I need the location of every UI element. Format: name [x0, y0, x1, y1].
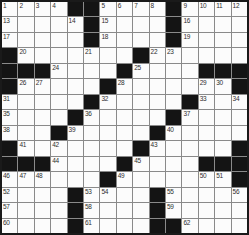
cell-r12c13[interactable]: 50: [199, 172, 214, 186]
cell-r7c9[interactable]: [133, 95, 148, 109]
cell-r15c3[interactable]: [35, 219, 50, 233]
cell-r8c6[interactable]: 36: [84, 110, 99, 124]
cell-r4c7[interactable]: [100, 48, 115, 62]
cell-r13c4[interactable]: [51, 188, 66, 202]
black-cell-r13c5: [68, 188, 83, 202]
cell-r3c12[interactable]: 19: [182, 33, 197, 47]
cell-r15c14[interactable]: [215, 219, 230, 233]
cell-r1c9[interactable]: 7: [133, 2, 148, 16]
clue-number-19: 19: [183, 33, 190, 40]
cell-r10c12[interactable]: [182, 141, 197, 155]
clue-number-56: 56: [233, 188, 240, 195]
clue-number-1: 1: [3, 2, 6, 9]
cell-r2c5[interactable]: 14: [68, 17, 83, 31]
cell-r9c8[interactable]: [117, 126, 132, 140]
cell-r11c7[interactable]: [100, 157, 115, 171]
cell-r1c1[interactable]: 1: [2, 2, 17, 16]
clue-number-27: 27: [36, 79, 43, 86]
cell-r15c6[interactable]: 61: [84, 219, 99, 233]
cell-r9c9[interactable]: [133, 126, 148, 140]
cell-r12c12[interactable]: [182, 172, 197, 186]
cell-r3c5[interactable]: [68, 33, 83, 47]
cell-r5c4[interactable]: 24: [51, 64, 66, 78]
clue-number-33: 33: [200, 95, 207, 102]
cell-r11c10[interactable]: [150, 157, 165, 171]
cell-r4c2[interactable]: 20: [18, 48, 33, 62]
clue-number-30: 30: [216, 79, 223, 86]
cell-r14c3[interactable]: [35, 203, 50, 217]
cell-r1c14[interactable]: 11: [215, 2, 230, 16]
clue-number-10: 10: [200, 2, 207, 9]
cell-r15c9[interactable]: [133, 219, 148, 233]
cell-r9c12[interactable]: [182, 126, 197, 140]
black-cell-r4c9: [133, 48, 148, 62]
clue-number-34: 34: [233, 95, 240, 102]
cell-r7c5[interactable]: [68, 95, 83, 109]
cell-r3c3[interactable]: [35, 33, 50, 47]
crossword-page: 1234567891011121314151617181920212223242…: [0, 0, 249, 235]
black-cell-r11c15: [232, 157, 247, 171]
cell-r10c11[interactable]: [166, 141, 181, 155]
cell-r9c5[interactable]: 39: [68, 126, 83, 140]
cell-r1c12[interactable]: 9: [182, 2, 197, 16]
black-cell-r6c7: [100, 79, 115, 93]
clue-number-60: 60: [3, 219, 10, 226]
cell-r14c11[interactable]: 59: [166, 203, 181, 217]
clue-number-40: 40: [167, 126, 174, 133]
cell-r12c14[interactable]: 51: [215, 172, 230, 186]
cell-r8c4[interactable]: [51, 110, 66, 124]
clue-number-50: 50: [200, 172, 207, 179]
clue-number-47: 47: [19, 172, 26, 179]
cell-r3c10[interactable]: [150, 33, 165, 47]
cell-r10c5[interactable]: [68, 141, 83, 155]
cell-r14c2[interactable]: [18, 203, 33, 217]
cell-r8c9[interactable]: [133, 110, 148, 124]
clue-number-45: 45: [134, 157, 141, 164]
black-cell-r9c10: [150, 126, 165, 140]
cell-r6c6[interactable]: [84, 79, 99, 93]
cell-r3c4[interactable]: [51, 33, 66, 47]
cell-r4c13[interactable]: [199, 48, 214, 62]
black-cell-r1c6: [84, 2, 99, 16]
clue-number-4: 4: [52, 2, 55, 9]
clue-number-38: 38: [3, 126, 10, 133]
clue-number-55: 55: [167, 188, 174, 195]
clue-number-18: 18: [101, 33, 108, 40]
cell-r2c1[interactable]: 13: [2, 17, 17, 31]
cell-r7c14[interactable]: [215, 95, 230, 109]
clue-number-25: 25: [134, 64, 141, 71]
cell-r8c7[interactable]: [100, 110, 115, 124]
clue-number-51: 51: [216, 172, 223, 179]
cell-r11c11[interactable]: [166, 157, 181, 171]
cell-r13c2[interactable]: [18, 188, 33, 202]
cell-r1c4[interactable]: 4: [51, 2, 66, 16]
cell-r2c14[interactable]: [215, 17, 230, 31]
cell-r7c1[interactable]: 31: [2, 95, 17, 109]
black-cell-r4c1: [2, 48, 17, 62]
black-cell-r1c5: [68, 2, 83, 16]
cell-r12c5[interactable]: [68, 172, 83, 186]
cell-r12c6[interactable]: [84, 172, 99, 186]
black-cell-r10c9: [133, 141, 148, 155]
cell-r5c12[interactable]: [182, 64, 197, 78]
cell-r4c11[interactable]: 23: [166, 48, 181, 62]
cell-r7c13[interactable]: 33: [199, 95, 214, 109]
cell-r12c2[interactable]: 47: [18, 172, 33, 186]
black-cell-r11c8: [117, 157, 132, 171]
cell-r6c2[interactable]: 26: [18, 79, 33, 93]
cell-r2c4[interactable]: [51, 17, 66, 31]
black-cell-r9c4: [51, 126, 66, 140]
cell-r8c1[interactable]: 35: [2, 110, 17, 124]
cell-r4c15[interactable]: [232, 48, 247, 62]
cell-r10c13[interactable]: [199, 141, 214, 155]
cell-r1c3[interactable]: 3: [35, 2, 50, 16]
crossword-grid: 1234567891011121314151617181920212223242…: [0, 0, 249, 235]
clue-number-58: 58: [85, 203, 92, 210]
cell-r10c8[interactable]: [117, 141, 132, 155]
clue-number-2: 2: [19, 2, 22, 9]
cell-r6c14[interactable]: 30: [215, 79, 230, 93]
cell-r8c15[interactable]: [232, 110, 247, 124]
black-cell-r2c11: [166, 17, 181, 31]
cell-r7c4[interactable]: [51, 95, 66, 109]
black-cell-r6c1: [2, 79, 17, 93]
cell-r15c13[interactable]: [199, 219, 214, 233]
cell-r12c8[interactable]: 49: [117, 172, 132, 186]
cell-r13c14[interactable]: [215, 188, 230, 202]
black-cell-r14c10: [150, 203, 165, 217]
black-cell-r7c6: [84, 95, 99, 109]
clue-number-35: 35: [3, 110, 10, 117]
cell-r10c14[interactable]: [215, 141, 230, 155]
cell-r2c8[interactable]: [117, 17, 132, 31]
black-cell-r11c13: [199, 157, 214, 171]
cell-r6c13[interactable]: 29: [199, 79, 214, 93]
clue-number-16: 16: [183, 17, 190, 24]
cell-r2c2[interactable]: [18, 17, 33, 31]
black-cell-r5c14: [215, 64, 230, 78]
cell-r4c10[interactable]: 22: [150, 48, 165, 62]
clue-number-5: 5: [101, 2, 104, 9]
cell-r9c15[interactable]: [232, 126, 247, 140]
clue-number-29: 29: [200, 79, 207, 86]
black-cell-r8c5: [68, 110, 83, 124]
clue-number-39: 39: [69, 126, 76, 133]
cell-r15c1[interactable]: 60: [2, 219, 17, 233]
clue-number-36: 36: [85, 110, 92, 117]
cell-r2c7[interactable]: 15: [100, 17, 115, 31]
cell-r13c11[interactable]: 55: [166, 188, 181, 202]
cell-r12c10[interactable]: [150, 172, 165, 186]
clue-number-42: 42: [52, 141, 59, 148]
cell-r10c4[interactable]: 42: [51, 141, 66, 155]
black-cell-r10c1: [2, 141, 17, 155]
cell-r2c13[interactable]: [199, 17, 214, 31]
cell-r9c2[interactable]: [18, 126, 33, 140]
cell-r10c7[interactable]: [100, 141, 115, 155]
cell-r1c13[interactable]: 10: [199, 2, 214, 16]
black-cell-r3c6: [84, 33, 99, 47]
cell-r3c8[interactable]: [117, 33, 132, 47]
cell-r14c14[interactable]: [215, 203, 230, 217]
cell-r9c7[interactable]: [100, 126, 115, 140]
black-cell-r2c6: [84, 17, 99, 31]
cell-r4c14[interactable]: [215, 48, 230, 62]
cell-r13c1[interactable]: 52: [2, 188, 17, 202]
cell-r13c9[interactable]: [133, 188, 148, 202]
cell-r10c10[interactable]: 43: [150, 141, 165, 155]
clue-number-13: 13: [3, 17, 10, 24]
cell-r6c10[interactable]: [150, 79, 165, 93]
cell-r15c15[interactable]: [232, 219, 247, 233]
cell-r1c10[interactable]: 8: [150, 2, 165, 16]
cell-r7c10[interactable]: [150, 95, 165, 109]
cell-r14c13[interactable]: [199, 203, 214, 217]
cell-r6c5[interactable]: [68, 79, 83, 93]
cell-r13c13[interactable]: [199, 188, 214, 202]
cell-r2c15[interactable]: [232, 17, 247, 31]
cell-r14c12[interactable]: [182, 203, 197, 217]
cell-r15c12[interactable]: 62: [182, 219, 197, 233]
black-cell-r5c3: [35, 64, 50, 78]
clue-number-7: 7: [134, 2, 137, 9]
cell-r3c7[interactable]: 18: [100, 33, 115, 47]
cell-r14c8[interactable]: [117, 203, 132, 217]
cell-r11c9[interactable]: 45: [133, 157, 148, 171]
cell-r8c14[interactable]: [215, 110, 230, 124]
cell-r15c7[interactable]: [100, 219, 115, 233]
clue-number-44: 44: [52, 157, 59, 164]
cell-r5c6[interactable]: [84, 64, 99, 78]
cell-r4c8[interactable]: [117, 48, 132, 62]
black-cell-r12c7: [100, 172, 115, 186]
cell-r12c11[interactable]: [166, 172, 181, 186]
cell-r14c4[interactable]: [51, 203, 66, 217]
black-cell-r5c2: [18, 64, 33, 78]
cell-r6c12[interactable]: [182, 79, 197, 93]
cell-r3c1[interactable]: 17: [2, 33, 17, 47]
cell-r5c7[interactable]: [100, 64, 115, 78]
black-cell-r5c13: [199, 64, 214, 78]
cell-r14c1[interactable]: 57: [2, 203, 17, 217]
cell-r8c10[interactable]: [150, 110, 165, 124]
cell-r15c4[interactable]: [51, 219, 66, 233]
clue-number-20: 20: [19, 48, 26, 55]
cell-r11c5[interactable]: [68, 157, 83, 171]
clue-number-62: 62: [183, 219, 190, 226]
black-cell-r1c11: [166, 2, 181, 16]
cell-r5c11[interactable]: [166, 64, 181, 78]
clue-number-41: 41: [19, 141, 26, 148]
cell-r1c7[interactable]: 5: [100, 2, 115, 16]
cell-r2c12[interactable]: 16: [182, 17, 197, 31]
black-cell-r7c12: [182, 95, 197, 109]
cell-r14c6[interactable]: 58: [84, 203, 99, 217]
clue-number-12: 12: [233, 2, 240, 9]
cell-r1c8[interactable]: 6: [117, 2, 132, 16]
cell-r6c4[interactable]: [51, 79, 66, 93]
clue-number-52: 52: [3, 188, 10, 195]
cell-r13c6[interactable]: 53: [84, 188, 99, 202]
cell-r8c12[interactable]: 37: [182, 110, 197, 124]
clue-number-59: 59: [167, 203, 174, 210]
clue-number-32: 32: [101, 95, 108, 102]
black-cell-r11c3: [35, 157, 50, 171]
cell-r11c6[interactable]: [84, 157, 99, 171]
cell-r7c2[interactable]: [18, 95, 33, 109]
clue-number-15: 15: [101, 17, 108, 24]
black-cell-r5c15: [232, 64, 247, 78]
cell-r10c3[interactable]: [35, 141, 50, 155]
cell-r12c4[interactable]: [51, 172, 66, 186]
black-cell-r11c2: [18, 157, 33, 171]
clue-number-14: 14: [69, 17, 76, 24]
cell-r12c1[interactable]: 46: [2, 172, 17, 186]
clue-number-57: 57: [3, 203, 10, 210]
cell-r14c15[interactable]: [232, 203, 247, 217]
cell-r1c2[interactable]: 2: [18, 2, 33, 16]
black-cell-r11c1: [2, 157, 17, 171]
black-cell-r12c15: [232, 172, 247, 186]
black-cell-r3c11: [166, 33, 181, 47]
clue-number-24: 24: [52, 64, 59, 71]
cell-r13c15[interactable]: 56: [232, 188, 247, 202]
clue-number-23: 23: [167, 48, 174, 55]
clue-number-11: 11: [216, 2, 222, 9]
cell-r8c3[interactable]: [35, 110, 50, 124]
cell-r7c15[interactable]: 34: [232, 95, 247, 109]
clue-number-6: 6: [118, 2, 121, 9]
clue-number-3: 3: [36, 2, 39, 9]
clue-number-53: 53: [85, 188, 92, 195]
cell-r4c4[interactable]: [51, 48, 66, 62]
cell-r15c8[interactable]: [117, 219, 132, 233]
black-cell-r10c15: [232, 141, 247, 155]
cell-r4c6[interactable]: 21: [84, 48, 99, 62]
cell-r10c2[interactable]: 41: [18, 141, 33, 155]
clue-number-8: 8: [151, 2, 154, 9]
clue-number-49: 49: [118, 172, 125, 179]
cell-r12c9[interactable]: [133, 172, 148, 186]
cell-r5c10[interactable]: [150, 64, 165, 78]
cell-r2c10[interactable]: [150, 17, 165, 31]
cell-r11c4[interactable]: 44: [51, 157, 66, 171]
cell-r1c15[interactable]: 12: [232, 2, 247, 16]
cell-r13c3[interactable]: [35, 188, 50, 202]
cell-r13c7[interactable]: 54: [100, 188, 115, 202]
clue-number-37: 37: [183, 110, 190, 117]
clue-number-61: 61: [85, 219, 92, 226]
clue-number-43: 43: [151, 141, 158, 148]
clue-number-46: 46: [3, 172, 10, 179]
clue-number-9: 9: [183, 2, 186, 9]
cell-r14c9[interactable]: [133, 203, 148, 217]
cell-r13c8[interactable]: [117, 188, 132, 202]
cell-r13c12[interactable]: [182, 188, 197, 202]
cell-r7c3[interactable]: [35, 95, 50, 109]
cell-r10c6[interactable]: [84, 141, 99, 155]
cell-r6c11[interactable]: [166, 79, 181, 93]
cell-r5c5[interactable]: [68, 64, 83, 78]
black-cell-r11c14: [215, 157, 230, 171]
cell-r9c3[interactable]: [35, 126, 50, 140]
black-cell-r14c5: [68, 203, 83, 217]
black-cell-r5c1: [2, 64, 17, 78]
cell-r4c3[interactable]: [35, 48, 50, 62]
clue-number-21: 21: [85, 48, 92, 55]
cell-r9c6[interactable]: [84, 126, 99, 140]
cell-r14c7[interactable]: [100, 203, 115, 217]
cell-r7c8[interactable]: [117, 95, 132, 109]
black-cell-r5c8: [117, 64, 132, 78]
cell-r3c15[interactable]: [232, 33, 247, 47]
cell-r4c12[interactable]: [182, 48, 197, 62]
cell-r2c9[interactable]: [133, 17, 148, 31]
cell-r8c2[interactable]: [18, 110, 33, 124]
black-cell-r6c15: [232, 79, 247, 93]
cell-r3c14[interactable]: [215, 33, 230, 47]
clue-number-26: 26: [19, 79, 26, 86]
cell-r9c1[interactable]: 38: [2, 126, 17, 140]
clue-number-54: 54: [101, 188, 108, 195]
black-cell-r13c10: [150, 188, 165, 202]
cell-r7c11[interactable]: [166, 95, 181, 109]
cell-r15c2[interactable]: [18, 219, 33, 233]
cell-r5c9[interactable]: 25: [133, 64, 148, 78]
cell-r6c8[interactable]: 28: [117, 79, 132, 93]
cell-r3c2[interactable]: [18, 33, 33, 47]
cell-r2c3[interactable]: [35, 17, 50, 31]
clue-number-28: 28: [118, 79, 125, 86]
cell-r7c7[interactable]: 32: [100, 95, 115, 109]
cell-r9c13[interactable]: [199, 126, 214, 140]
cell-r8c13[interactable]: [199, 110, 214, 124]
black-cell-r15c11: [166, 219, 181, 233]
cell-r11c12[interactable]: [182, 157, 197, 171]
cell-r9c11[interactable]: 40: [166, 126, 181, 140]
clue-number-17: 17: [3, 33, 10, 40]
cell-r12c3[interactable]: 48: [35, 172, 50, 186]
cell-r4c5[interactable]: [68, 48, 83, 62]
cell-r6c9[interactable]: [133, 79, 148, 93]
cell-r3c13[interactable]: [199, 33, 214, 47]
black-cell-r8c11: [166, 110, 181, 124]
cell-r9c14[interactable]: [215, 126, 230, 140]
clue-number-48: 48: [36, 172, 43, 179]
cell-r3c9[interactable]: [133, 33, 148, 47]
black-cell-r15c10: [150, 219, 165, 233]
black-cell-r15c5: [68, 219, 83, 233]
cell-r6c3[interactable]: 27: [35, 79, 50, 93]
clue-number-22: 22: [151, 48, 158, 55]
clue-number-31: 31: [3, 95, 10, 102]
cell-r8c8[interactable]: [117, 110, 132, 124]
